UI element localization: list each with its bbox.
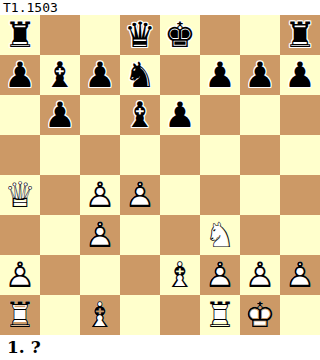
white-pawn: ♟ (240, 255, 280, 295)
square-c1[interactable]: ♝♗ (80, 295, 120, 335)
white-pawn: ♟ (0, 255, 40, 295)
black-knight: ♞ (120, 55, 160, 95)
white-pawn-outline: ♙ (80, 215, 120, 255)
black-king: ♚ (160, 15, 200, 55)
white-king: ♚ (240, 295, 280, 335)
square-b3[interactable] (40, 215, 80, 255)
square-h3[interactable] (280, 215, 320, 255)
white-pawn: ♟ (80, 175, 120, 215)
square-c4[interactable]: ♟♙ (80, 175, 120, 215)
square-g8[interactable] (240, 15, 280, 55)
square-f1[interactable]: ♜♖ (200, 295, 240, 335)
white-pawn-outline: ♙ (80, 175, 120, 215)
white-bishop-outline: ♗ (80, 295, 120, 335)
square-f4[interactable] (200, 175, 240, 215)
square-d7[interactable]: ♞ (120, 55, 160, 95)
white-pawn-outline: ♙ (200, 255, 240, 295)
square-b7[interactable]: ♝ (40, 55, 80, 95)
white-rook: ♜ (200, 295, 240, 335)
white-pawn-outline: ♙ (240, 255, 280, 295)
white-bishop: ♝ (160, 255, 200, 295)
square-d2[interactable] (120, 255, 160, 295)
square-d1[interactable] (120, 295, 160, 335)
white-pawn-outline: ♙ (120, 175, 160, 215)
white-bishop: ♝ (80, 295, 120, 335)
square-c5[interactable] (80, 135, 120, 175)
white-knight-outline: ♘ (200, 215, 240, 255)
square-h5[interactable] (280, 135, 320, 175)
square-g1[interactable]: ♚♔ (240, 295, 280, 335)
white-rook-outline: ♖ (200, 295, 240, 335)
square-e3[interactable] (160, 215, 200, 255)
black-pawn: ♟ (280, 55, 320, 95)
square-f8[interactable] (200, 15, 240, 55)
square-b8[interactable] (40, 15, 80, 55)
move-prompt: 1. ? (0, 335, 320, 360)
white-pawn: ♟ (280, 255, 320, 295)
black-pawn: ♟ (240, 55, 280, 95)
white-pawn: ♟ (80, 215, 120, 255)
black-bishop: ♝ (40, 55, 80, 95)
square-b6[interactable]: ♟ (40, 95, 80, 135)
black-pawn: ♟ (160, 95, 200, 135)
square-h4[interactable] (280, 175, 320, 215)
square-h7[interactable]: ♟ (280, 55, 320, 95)
black-rook: ♜ (280, 15, 320, 55)
square-a5[interactable] (0, 135, 40, 175)
square-d5[interactable] (120, 135, 160, 175)
square-c2[interactable] (80, 255, 120, 295)
white-queen-outline: ♕ (0, 175, 40, 215)
black-pawn: ♟ (80, 55, 120, 95)
white-king-outline: ♔ (240, 295, 280, 335)
square-g4[interactable] (240, 175, 280, 215)
square-e1[interactable] (160, 295, 200, 335)
square-a6[interactable] (0, 95, 40, 135)
square-b4[interactable] (40, 175, 80, 215)
black-pawn: ♟ (40, 95, 80, 135)
square-d8[interactable]: ♛ (120, 15, 160, 55)
square-c6[interactable] (80, 95, 120, 135)
square-f7[interactable]: ♟ (200, 55, 240, 95)
square-d6[interactable]: ♝ (120, 95, 160, 135)
square-c7[interactable]: ♟ (80, 55, 120, 95)
square-e2[interactable]: ♝♗ (160, 255, 200, 295)
white-rook: ♜ (0, 295, 40, 335)
white-pawn: ♟ (120, 175, 160, 215)
square-a2[interactable]: ♟♙ (0, 255, 40, 295)
white-rook-outline: ♖ (0, 295, 40, 335)
square-f6[interactable] (200, 95, 240, 135)
square-f5[interactable] (200, 135, 240, 175)
square-g5[interactable] (240, 135, 280, 175)
square-f2[interactable]: ♟♙ (200, 255, 240, 295)
square-h8[interactable]: ♜ (280, 15, 320, 55)
chess-board: ♜♛♚♜♟♝♟♞♟♟♟♟♝♟♛♕♟♙♟♙♟♙♞♘♟♙♝♗♟♙♟♙♟♙♜♖♝♗♜♖… (0, 15, 320, 335)
square-b1[interactable] (40, 295, 80, 335)
square-g7[interactable]: ♟ (240, 55, 280, 95)
black-pawn: ♟ (200, 55, 240, 95)
chess-puzzle-window: T1.1503 ♜♛♚♜♟♝♟♞♟♟♟♟♝♟♛♕♟♙♟♙♟♙♞♘♟♙♝♗♟♙♟♙… (0, 0, 320, 360)
square-b2[interactable] (40, 255, 80, 295)
black-bishop: ♝ (120, 95, 160, 135)
square-g6[interactable] (240, 95, 280, 135)
square-c8[interactable] (80, 15, 120, 55)
square-d4[interactable]: ♟♙ (120, 175, 160, 215)
white-knight: ♞ (200, 215, 240, 255)
white-pawn-outline: ♙ (0, 255, 40, 295)
square-h2[interactable]: ♟♙ (280, 255, 320, 295)
square-e4[interactable] (160, 175, 200, 215)
square-e6[interactable]: ♟ (160, 95, 200, 135)
square-h6[interactable] (280, 95, 320, 135)
square-g2[interactable]: ♟♙ (240, 255, 280, 295)
square-a4[interactable]: ♛♕ (0, 175, 40, 215)
square-c3[interactable]: ♟♙ (80, 215, 120, 255)
white-queen: ♛ (0, 175, 40, 215)
square-a3[interactable] (0, 215, 40, 255)
puzzle-id: T1.1503 (0, 0, 320, 15)
white-bishop-outline: ♗ (160, 255, 200, 295)
black-queen: ♛ (120, 15, 160, 55)
square-d3[interactable] (120, 215, 160, 255)
white-pawn-outline: ♙ (280, 255, 320, 295)
square-a1[interactable]: ♜♖ (0, 295, 40, 335)
square-b5[interactable] (40, 135, 80, 175)
square-f3[interactable]: ♞♘ (200, 215, 240, 255)
square-g3[interactable] (240, 215, 280, 255)
square-e8[interactable]: ♚ (160, 15, 200, 55)
white-pawn: ♟ (200, 255, 240, 295)
square-a7[interactable]: ♟ (0, 55, 40, 95)
square-e5[interactable] (160, 135, 200, 175)
square-a8[interactable]: ♜ (0, 15, 40, 55)
square-h1[interactable] (280, 295, 320, 335)
black-pawn: ♟ (0, 55, 40, 95)
square-e7[interactable] (160, 55, 200, 95)
black-rook: ♜ (0, 15, 40, 55)
